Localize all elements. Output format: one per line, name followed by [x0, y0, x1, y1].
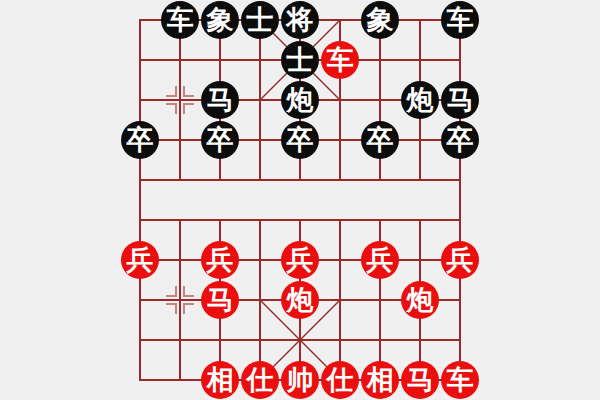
piece-red-soldier[interactable]: 兵	[201, 241, 239, 279]
piece-red-cannon[interactable]: 炮	[401, 281, 439, 319]
piece-red-soldier[interactable]: 兵	[281, 241, 319, 279]
piece-black-chariot[interactable]: 车	[441, 1, 479, 39]
piece-black-soldier[interactable]: 卒	[361, 121, 399, 159]
piece-red-soldier[interactable]: 兵	[441, 241, 479, 279]
piece-red-advisor[interactable]: 仕	[321, 361, 359, 399]
xiangqi-board-app: 车象士将象车士车马炮炮马卒卒卒卒卒兵兵兵兵兵马炮炮相仕帅仕相马车	[0, 0, 600, 400]
piece-red-advisor[interactable]: 仕	[241, 361, 279, 399]
marker-corner-tl	[166, 86, 177, 97]
piece-black-horse[interactable]: 马	[441, 81, 479, 119]
marker-corner-bl	[166, 303, 177, 314]
piece-black-soldier[interactable]: 卒	[121, 121, 159, 159]
piece-black-cannon[interactable]: 炮	[401, 81, 439, 119]
piece-black-advisor[interactable]: 士	[241, 1, 279, 39]
marker-corner-tr	[183, 86, 194, 97]
marker-corner-bl	[166, 103, 177, 114]
piece-black-advisor[interactable]: 士	[281, 41, 319, 79]
piece-red-horse[interactable]: 马	[201, 281, 239, 319]
piece-red-chariot[interactable]: 车	[321, 41, 359, 79]
piece-black-soldier[interactable]: 卒	[441, 121, 479, 159]
move-origin-marker	[166, 86, 194, 114]
piece-red-general[interactable]: 帅	[281, 361, 319, 399]
piece-black-elephant[interactable]: 象	[361, 1, 399, 39]
piece-red-soldier[interactable]: 兵	[361, 241, 399, 279]
piece-red-elephant[interactable]: 相	[361, 361, 399, 399]
piece-black-soldier[interactable]: 卒	[281, 121, 319, 159]
piece-black-elephant[interactable]: 象	[201, 1, 239, 39]
piece-black-horse[interactable]: 马	[201, 81, 239, 119]
marker-corner-tl	[166, 286, 177, 297]
piece-black-cannon[interactable]: 炮	[281, 81, 319, 119]
piece-red-soldier[interactable]: 兵	[121, 241, 159, 279]
piece-red-chariot[interactable]: 车	[441, 361, 479, 399]
piece-black-general[interactable]: 将	[281, 1, 319, 39]
marker-corner-tr	[183, 286, 194, 297]
move-origin-marker	[166, 286, 194, 314]
piece-red-elephant[interactable]: 相	[201, 361, 239, 399]
piece-black-soldier[interactable]: 卒	[201, 121, 239, 159]
piece-red-horse[interactable]: 马	[401, 361, 439, 399]
marker-corner-br	[183, 303, 194, 314]
piece-black-chariot[interactable]: 车	[161, 1, 199, 39]
marker-corner-br	[183, 103, 194, 114]
piece-red-cannon[interactable]: 炮	[281, 281, 319, 319]
